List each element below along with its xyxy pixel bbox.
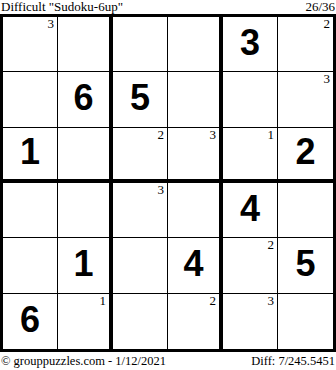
cell-value <box>113 183 167 237</box>
cell-r3c3[interactable]: 2 <box>113 128 168 183</box>
cell-r6c5[interactable]: 3 <box>223 294 278 349</box>
cell-value: 5 <box>113 72 167 126</box>
cell-value: 5 <box>278 238 333 292</box>
sudoku-board: 332653123123414256123 <box>0 14 336 352</box>
cell-value: 3 <box>223 17 277 71</box>
cell-r5c4[interactable]: 4 <box>168 238 223 293</box>
cell-r3c4[interactable]: 3 <box>168 128 223 183</box>
cell-r4c6[interactable] <box>278 183 333 238</box>
cell-r3c6[interactable]: 2 <box>278 128 333 183</box>
cell-r5c2[interactable]: 1 <box>58 238 113 293</box>
cell-value: 4 <box>168 238 219 292</box>
cell-r4c3[interactable]: 3 <box>113 183 168 238</box>
cell-value: 4 <box>223 183 277 237</box>
cell-value <box>168 183 219 237</box>
cell-r2c2[interactable]: 6 <box>58 72 113 127</box>
cell-r2c4[interactable] <box>168 72 223 127</box>
cell-value <box>278 17 333 71</box>
cell-value <box>278 183 333 237</box>
cell-r6c3[interactable] <box>113 294 168 349</box>
cell-r5c6[interactable]: 5 <box>278 238 333 293</box>
cell-value: 1 <box>58 238 109 292</box>
cell-value: 2 <box>278 128 333 179</box>
cell-r3c2[interactable] <box>58 128 113 183</box>
cell-value <box>278 72 333 126</box>
cell-value <box>3 183 57 237</box>
cell-r5c3[interactable] <box>113 238 168 293</box>
puzzle-title: Difficult "Sudoku-6up" <box>1 0 123 14</box>
cell-value <box>58 128 109 179</box>
cell-value <box>3 72 57 126</box>
cell-value <box>223 128 277 179</box>
cell-value <box>168 128 219 179</box>
cell-value <box>223 294 277 349</box>
cell-r2c6[interactable]: 3 <box>278 72 333 127</box>
cell-value <box>113 294 167 349</box>
cell-r6c6[interactable] <box>278 294 333 349</box>
cell-r3c1[interactable]: 1 <box>3 128 58 183</box>
cell-value <box>168 294 219 349</box>
cell-value: 1 <box>3 128 57 179</box>
cell-r1c5[interactable]: 3 <box>223 17 278 72</box>
cell-value <box>168 17 219 71</box>
cell-value: 6 <box>58 72 109 126</box>
difficulty-text: Diff: 7/245.5451 <box>251 353 335 369</box>
cell-r4c1[interactable] <box>3 183 58 238</box>
cell-r6c4[interactable]: 2 <box>168 294 223 349</box>
cell-value <box>3 17 57 71</box>
cell-r6c1[interactable]: 6 <box>3 294 58 349</box>
cell-value <box>58 183 109 237</box>
cell-r4c4[interactable] <box>168 183 223 238</box>
header: Difficult "Sudoku-6up" 26/36 <box>0 0 336 14</box>
cell-value <box>113 128 167 179</box>
cell-r1c6[interactable]: 2 <box>278 17 333 72</box>
cell-r5c5[interactable]: 2 <box>223 238 278 293</box>
cell-value <box>113 17 167 71</box>
cell-r1c2[interactable] <box>58 17 113 72</box>
cell-value <box>58 17 109 71</box>
cell-r6c2[interactable]: 1 <box>58 294 113 349</box>
cell-r1c1[interactable]: 3 <box>3 17 58 72</box>
cell-value <box>58 294 109 349</box>
copyright-text: © grouppuzzles.com - 1/12/2021 <box>1 353 166 369</box>
progress-counter: 26/36 <box>305 0 335 14</box>
cell-value <box>223 72 277 126</box>
cell-r2c5[interactable] <box>223 72 278 127</box>
cell-r2c3[interactable]: 5 <box>113 72 168 127</box>
cell-r4c5[interactable]: 4 <box>223 183 278 238</box>
cell-value: 6 <box>3 294 57 349</box>
cell-r1c4[interactable] <box>168 17 223 72</box>
cell-r3c5[interactable]: 1 <box>223 128 278 183</box>
cell-r4c2[interactable] <box>58 183 113 238</box>
cell-value <box>278 294 333 349</box>
cell-r2c1[interactable] <box>3 72 58 127</box>
cell-value <box>168 72 219 126</box>
cell-r1c3[interactable] <box>113 17 168 72</box>
cell-value <box>223 238 277 292</box>
cell-r5c1[interactable] <box>3 238 58 293</box>
cell-value <box>113 238 167 292</box>
cell-value <box>3 238 57 292</box>
footer: © grouppuzzles.com - 1/12/2021 Diff: 7/2… <box>0 352 336 370</box>
